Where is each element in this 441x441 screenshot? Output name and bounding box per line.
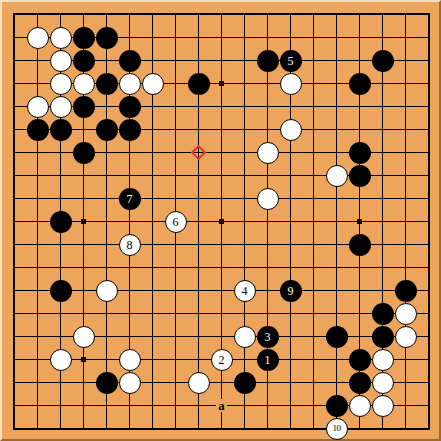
stone-black <box>73 96 95 118</box>
stone-black <box>96 27 118 49</box>
stone-white <box>96 280 118 302</box>
stone-white <box>395 303 417 325</box>
stone-black <box>349 165 371 187</box>
stone-black <box>50 119 72 141</box>
star-point <box>219 219 224 224</box>
star-point <box>81 357 86 362</box>
stone-white-move-10: 10 <box>326 418 348 440</box>
stone-black <box>119 96 141 118</box>
stone-black <box>349 349 371 371</box>
stone-white <box>372 395 394 417</box>
stone-black <box>349 372 371 394</box>
board-intersections[interactable]: 57684932110a <box>3 3 440 440</box>
stone-black <box>96 372 118 394</box>
star-point <box>81 219 86 224</box>
stone-black <box>349 142 371 164</box>
stone-white-move-4: 4 <box>234 280 256 302</box>
stone-white-move-8: 8 <box>119 234 141 256</box>
star-point <box>357 219 362 224</box>
stone-white <box>395 326 417 348</box>
stone-black-move-9: 9 <box>280 280 302 302</box>
stone-black-move-7: 7 <box>119 188 141 210</box>
stone-black <box>50 280 72 302</box>
stone-black <box>50 211 72 233</box>
stone-black <box>73 50 95 72</box>
stone-white <box>372 372 394 394</box>
stone-white <box>50 50 72 72</box>
stone-black-move-1: 1 <box>257 349 279 371</box>
stone-white <box>119 372 141 394</box>
stone-white <box>119 349 141 371</box>
stone-white-move-2: 2 <box>211 349 233 371</box>
stone-black <box>372 50 394 72</box>
stone-white <box>50 96 72 118</box>
stone-white <box>326 165 348 187</box>
stone-white <box>372 349 394 371</box>
stone-black-move-3: 3 <box>257 326 279 348</box>
stone-white <box>234 326 256 348</box>
stone-black <box>96 119 118 141</box>
stone-white <box>50 27 72 49</box>
stone-white-move-6: 6 <box>165 211 187 233</box>
stone-black <box>326 395 348 417</box>
stone-white <box>349 395 371 417</box>
stone-black <box>96 73 118 95</box>
stone-white <box>257 142 279 164</box>
stone-black <box>349 234 371 256</box>
stone-white <box>50 73 72 95</box>
stone-white <box>280 119 302 141</box>
stone-black <box>73 27 95 49</box>
stone-black <box>395 280 417 302</box>
stone-white <box>50 349 72 371</box>
stone-black <box>349 73 371 95</box>
stone-black-move-5: 5 <box>280 50 302 72</box>
stone-white <box>27 27 49 49</box>
stone-black <box>234 372 256 394</box>
stone-white <box>188 372 210 394</box>
stone-white <box>142 73 164 95</box>
stone-black <box>188 73 210 95</box>
stone-black <box>73 142 95 164</box>
stone-black <box>119 119 141 141</box>
stone-black <box>372 326 394 348</box>
stone-black <box>326 326 348 348</box>
stone-white <box>73 326 95 348</box>
go-board: 57684932110a <box>0 0 441 441</box>
stone-white <box>73 73 95 95</box>
stone-black <box>119 50 141 72</box>
point-label-a: a <box>216 399 227 412</box>
stone-black <box>372 303 394 325</box>
stone-black <box>257 50 279 72</box>
stone-black <box>27 119 49 141</box>
stone-white <box>119 73 141 95</box>
star-point <box>219 81 224 86</box>
stone-white <box>280 73 302 95</box>
stone-white <box>257 188 279 210</box>
diamond-marker <box>191 145 207 161</box>
stone-white <box>27 96 49 118</box>
